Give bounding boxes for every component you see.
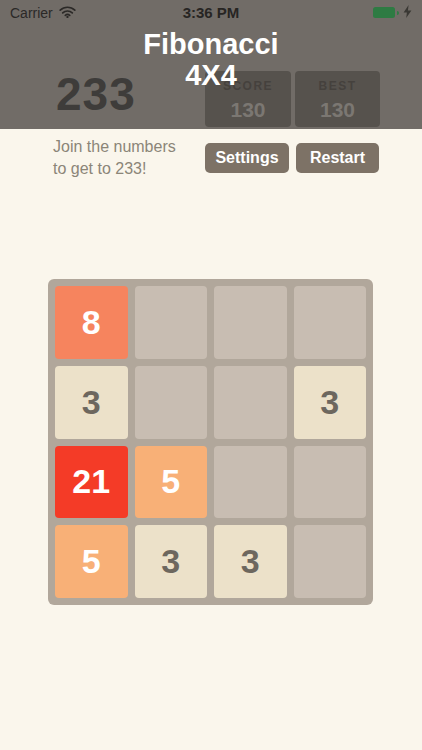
best-value: 130 (295, 98, 380, 122)
battery-icon (373, 7, 395, 18)
tile-5: 5 (135, 446, 208, 519)
empty-cell (214, 446, 287, 519)
empty-cell (135, 366, 208, 439)
app-title-line1: Fibonacci (0, 29, 422, 60)
tile-3: 3 (135, 525, 208, 598)
empty-cell (294, 525, 367, 598)
tile-3: 3 (55, 366, 128, 439)
restart-button[interactable]: Restart (296, 143, 379, 173)
tile-8: 8 (55, 286, 128, 359)
board-grid[interactable]: 833215533 (48, 279, 373, 605)
score-box: SCORE 130 (205, 71, 291, 127)
settings-button[interactable]: Settings (205, 143, 289, 173)
empty-cell (214, 286, 287, 359)
charging-bolt-icon (403, 5, 412, 21)
wifi-icon (59, 5, 76, 21)
best-label: BEST (295, 79, 380, 93)
app-screen: Carrier 3:36 PM (0, 0, 422, 750)
battery-group (373, 5, 412, 21)
best-box: BEST 130 (295, 71, 380, 127)
tile-21: 21 (55, 446, 128, 519)
tile-5: 5 (55, 525, 128, 598)
carrier-group: Carrier (10, 5, 76, 21)
empty-cell (214, 366, 287, 439)
battery-cap (397, 11, 399, 15)
empty-cell (294, 286, 367, 359)
tile-3: 3 (214, 525, 287, 598)
intro-line2: to get to 233! (53, 158, 176, 180)
empty-cell (294, 446, 367, 519)
empty-cell (135, 286, 208, 359)
score-value: 130 (205, 98, 291, 122)
score-label: SCORE (205, 79, 291, 93)
intro-text: Join the numbers to get to 233! (53, 136, 176, 180)
target-number: 233 (56, 67, 136, 121)
status-bar: Carrier 3:36 PM (0, 0, 422, 25)
carrier-label: Carrier (10, 5, 53, 21)
title-banner: Carrier 3:36 PM (0, 0, 422, 129)
tile-3: 3 (294, 366, 367, 439)
intro-line1: Join the numbers (53, 136, 176, 158)
